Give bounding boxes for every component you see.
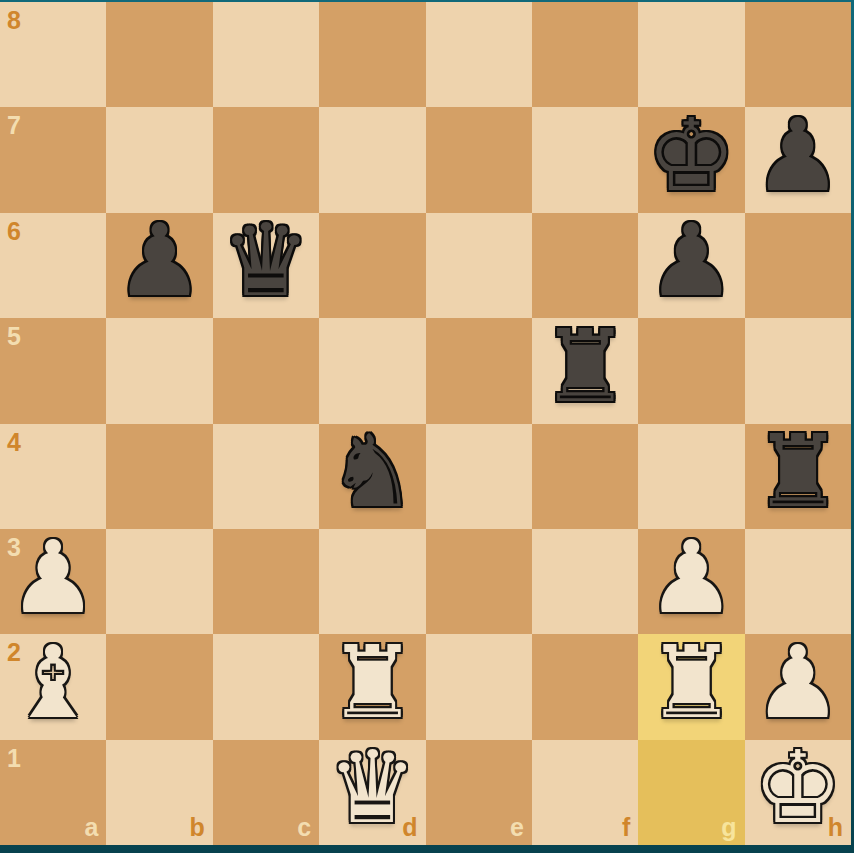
piece-white-pawn-h2[interactable]: ♟ — [753, 633, 843, 733]
square-d6[interactable] — [319, 213, 425, 318]
file-label-c: c — [297, 815, 311, 840]
file-label-b: b — [189, 815, 204, 840]
piece-white-king-h1[interactable]: ♚ — [753, 738, 843, 838]
square-d7[interactable] — [319, 107, 425, 212]
board-frame: 87♚♟6♟♛♟5♜4♞♜3♟♟2♝♜♜♟1abcd♛efgh♚ — [0, 0, 854, 853]
square-f8[interactable] — [532, 2, 638, 107]
square-d5[interactable] — [319, 318, 425, 423]
square-c6[interactable]: ♛ — [213, 213, 319, 318]
square-b8[interactable] — [106, 2, 212, 107]
square-g4[interactable] — [638, 424, 744, 529]
square-d8[interactable] — [319, 2, 425, 107]
square-f7[interactable] — [532, 107, 638, 212]
square-e2[interactable] — [426, 634, 532, 739]
square-a6[interactable]: 6 — [0, 213, 106, 318]
square-b7[interactable] — [106, 107, 212, 212]
square-h2[interactable]: ♟ — [745, 634, 851, 739]
piece-black-queen-c6[interactable]: ♛ — [221, 211, 311, 311]
square-a1[interactable]: 1a — [0, 740, 106, 845]
square-c2[interactable] — [213, 634, 319, 739]
piece-white-bishop-a2[interactable]: ♝ — [8, 633, 98, 733]
file-label-g: g — [721, 815, 736, 840]
square-b5[interactable] — [106, 318, 212, 423]
square-g5[interactable] — [638, 318, 744, 423]
square-c8[interactable] — [213, 2, 319, 107]
piece-white-rook-g2[interactable]: ♜ — [647, 633, 737, 733]
piece-black-knight-d4[interactable]: ♞ — [327, 422, 417, 522]
square-e6[interactable] — [426, 213, 532, 318]
square-d4[interactable]: ♞ — [319, 424, 425, 529]
square-b3[interactable] — [106, 529, 212, 634]
square-c3[interactable] — [213, 529, 319, 634]
piece-white-pawn-a3[interactable]: ♟ — [8, 528, 98, 628]
rank-label-7: 7 — [7, 113, 21, 138]
square-e8[interactable] — [426, 2, 532, 107]
square-b1[interactable]: b — [106, 740, 212, 845]
square-b4[interactable] — [106, 424, 212, 529]
square-c4[interactable] — [213, 424, 319, 529]
square-c7[interactable] — [213, 107, 319, 212]
square-a5[interactable]: 5 — [0, 318, 106, 423]
square-g6[interactable]: ♟ — [638, 213, 744, 318]
square-h8[interactable] — [745, 2, 851, 107]
square-c5[interactable] — [213, 318, 319, 423]
square-f5[interactable]: ♜ — [532, 318, 638, 423]
square-g3[interactable]: ♟ — [638, 529, 744, 634]
square-d1[interactable]: d♛ — [319, 740, 425, 845]
square-h4[interactable]: ♜ — [745, 424, 851, 529]
square-e7[interactable] — [426, 107, 532, 212]
rank-label-5: 5 — [7, 324, 21, 349]
square-e1[interactable]: e — [426, 740, 532, 845]
square-h5[interactable] — [745, 318, 851, 423]
square-b2[interactable] — [106, 634, 212, 739]
piece-black-pawn-g6[interactable]: ♟ — [647, 211, 737, 311]
piece-black-pawn-h7[interactable]: ♟ — [753, 106, 843, 206]
square-f4[interactable] — [532, 424, 638, 529]
square-f6[interactable] — [532, 213, 638, 318]
square-h1[interactable]: h♚ — [745, 740, 851, 845]
rank-label-1: 1 — [7, 746, 21, 771]
piece-black-rook-f5[interactable]: ♜ — [540, 317, 630, 417]
square-g2[interactable]: ♜ — [638, 634, 744, 739]
square-a4[interactable]: 4 — [0, 424, 106, 529]
square-c1[interactable]: c — [213, 740, 319, 845]
square-g1[interactable]: g — [638, 740, 744, 845]
file-label-f: f — [622, 815, 630, 840]
file-label-e: e — [510, 815, 524, 840]
chess-board: 87♚♟6♟♛♟5♜4♞♜3♟♟2♝♜♜♟1abcd♛efgh♚ — [0, 2, 851, 845]
rank-label-8: 8 — [7, 8, 21, 33]
square-f1[interactable]: f — [532, 740, 638, 845]
piece-white-rook-d2[interactable]: ♜ — [327, 633, 417, 733]
square-a3[interactable]: 3♟ — [0, 529, 106, 634]
square-e5[interactable] — [426, 318, 532, 423]
file-label-a: a — [84, 815, 98, 840]
piece-white-queen-d1[interactable]: ♛ — [327, 738, 417, 838]
piece-white-pawn-g3[interactable]: ♟ — [647, 528, 737, 628]
piece-black-king-g7[interactable]: ♚ — [647, 106, 737, 206]
square-g7[interactable]: ♚ — [638, 107, 744, 212]
square-d2[interactable]: ♜ — [319, 634, 425, 739]
square-e4[interactable] — [426, 424, 532, 529]
square-h6[interactable] — [745, 213, 851, 318]
square-b6[interactable]: ♟ — [106, 213, 212, 318]
square-a7[interactable]: 7 — [0, 107, 106, 212]
piece-black-pawn-b6[interactable]: ♟ — [115, 211, 205, 311]
square-f2[interactable] — [532, 634, 638, 739]
square-h7[interactable]: ♟ — [745, 107, 851, 212]
rank-label-4: 4 — [7, 430, 21, 455]
rank-label-6: 6 — [7, 219, 21, 244]
square-d3[interactable] — [319, 529, 425, 634]
square-a2[interactable]: 2♝ — [0, 634, 106, 739]
square-a8[interactable]: 8 — [0, 2, 106, 107]
square-g8[interactable] — [638, 2, 744, 107]
square-h3[interactable] — [745, 529, 851, 634]
square-e3[interactable] — [426, 529, 532, 634]
piece-black-rook-h4[interactable]: ♜ — [753, 422, 843, 522]
square-f3[interactable] — [532, 529, 638, 634]
